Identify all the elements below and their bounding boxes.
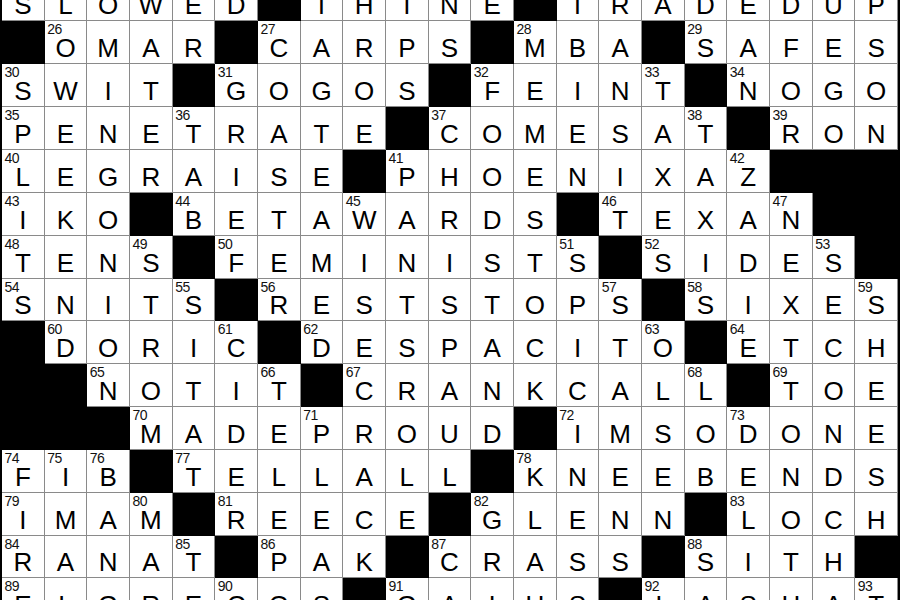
letter-cell[interactable]: X [770, 279, 813, 322]
letter-cell[interactable]: 58S [685, 279, 728, 322]
letter-cell[interactable]: T [130, 64, 173, 107]
letter-cell[interactable]: 60D [45, 321, 88, 364]
letter-cell[interactable]: E [557, 107, 600, 150]
letter-cell[interactable]: O [770, 493, 813, 536]
letter-cell[interactable]: I [343, 236, 386, 279]
letter-cell[interactable]: 79I [2, 493, 45, 536]
letter-cell[interactable]: 64E [727, 321, 770, 364]
cell-letter: E [727, 464, 769, 490]
letter-cell[interactable]: 92L [642, 578, 685, 600]
letter-cell[interactable]: R [130, 150, 173, 193]
cell-letter: I [173, 335, 215, 361]
letter-cell[interactable]: A [301, 536, 344, 579]
letter-cell[interactable]: A [343, 450, 386, 493]
letter-cell[interactable]: C [813, 321, 856, 364]
letter-cell[interactable]: E [813, 279, 856, 322]
cell-letter: I [87, 78, 129, 104]
cell-letter: T [642, 78, 684, 104]
letter-cell[interactable]: A [685, 578, 728, 600]
letter-cell[interactable]: E [45, 236, 88, 279]
letter-cell[interactable]: E [557, 493, 600, 536]
letter-cell[interactable]: A [87, 493, 130, 536]
letter-cell[interactable]: D [215, 0, 258, 21]
letter-cell[interactable]: A [727, 193, 770, 236]
letter-cell[interactable]: 76B [87, 450, 130, 493]
letter-cell[interactable]: T [557, 0, 600, 21]
cell-letter: N [770, 207, 812, 233]
letter-cell[interactable]: E [173, 0, 216, 21]
cell-letter: D [471, 421, 513, 447]
letter-cell[interactable]: I [215, 150, 258, 193]
letter-cell[interactable]: 67C [343, 364, 386, 407]
letter-cell[interactable]: S [599, 107, 642, 150]
letter-cell[interactable]: T [471, 279, 514, 322]
letter-cell[interactable]: R [173, 21, 216, 64]
letter-cell[interactable]: 36T [173, 107, 216, 150]
letter-cell[interactable]: 38T [685, 107, 728, 150]
letter-cell[interactable]: E [343, 321, 386, 364]
letter-cell[interactable]: 68L [685, 364, 728, 407]
letter-cell[interactable]: T [386, 279, 429, 322]
letter-cell[interactable]: A [173, 407, 216, 450]
letter-cell[interactable]: 82G [471, 493, 514, 536]
letter-cell[interactable]: S [343, 279, 386, 322]
letter-cell[interactable]: 89E [2, 578, 45, 600]
letter-cell[interactable]: U [429, 407, 472, 450]
letter-cell[interactable]: N [471, 364, 514, 407]
letter-cell[interactable]: 90C [215, 578, 258, 600]
letter-cell[interactable]: E [514, 150, 557, 193]
letter-cell[interactable]: E [258, 407, 301, 450]
letter-cell[interactable]: E [770, 236, 813, 279]
letter-cell[interactable]: N [557, 450, 600, 493]
letter-cell[interactable]: 31G [215, 64, 258, 107]
letter-cell[interactable]: D [727, 236, 770, 279]
letter-cell[interactable]: E [215, 193, 258, 236]
letter-cell[interactable]: O [770, 64, 813, 107]
letter-cell[interactable]: B [685, 450, 728, 493]
letter-cell[interactable]: A [599, 21, 642, 64]
letter-cell[interactable]: 70M [130, 407, 173, 450]
letter-cell[interactable]: 81R [215, 493, 258, 536]
letter-cell[interactable]: I [685, 236, 728, 279]
letter-cell[interactable]: S [727, 578, 770, 600]
letter-cell[interactable]: T [770, 536, 813, 579]
letter-cell[interactable]: E [642, 193, 685, 236]
letter-cell[interactable]: E [471, 0, 514, 21]
letter-cell[interactable]: S [642, 407, 685, 450]
letter-cell[interactable]: S [557, 536, 600, 579]
letter-cell[interactable]: R [215, 107, 258, 150]
letter-cell[interactable]: 51S [557, 236, 600, 279]
letter-cell[interactable]: I [557, 321, 600, 364]
letter-cell[interactable]: R [471, 536, 514, 579]
letter-cell[interactable]: N [386, 236, 429, 279]
letter-cell[interactable]: A [642, 0, 685, 21]
letter-cell[interactable]: N [87, 236, 130, 279]
letter-cell[interactable]: A [45, 536, 88, 579]
letter-cell[interactable]: L [258, 450, 301, 493]
cell-letter: A [685, 592, 727, 600]
letter-cell[interactable]: N [429, 0, 472, 21]
letter-cell[interactable]: 49S [130, 236, 173, 279]
letter-cell[interactable]: E [855, 364, 898, 407]
letter-cell[interactable]: 42Z [727, 150, 770, 193]
cell-letter: E [173, 592, 215, 600]
letter-cell[interactable]: H [429, 150, 472, 193]
letter-cell[interactable]: 84R [2, 536, 45, 579]
letter-cell[interactable]: N [87, 107, 130, 150]
letter-cell[interactable]: A [642, 107, 685, 150]
block-cell [215, 536, 258, 579]
cell-letter: R [130, 335, 172, 361]
letter-cell[interactable]: L [45, 578, 88, 600]
letter-cell[interactable]: H [343, 0, 386, 21]
letter-cell[interactable]: N [45, 279, 88, 322]
letter-cell[interactable]: U [813, 0, 856, 21]
letter-cell[interactable]: 29S [685, 21, 728, 64]
letter-cell[interactable]: 56R [258, 279, 301, 322]
letter-cell[interactable]: 52S [642, 236, 685, 279]
cell-letter: L [45, 592, 87, 600]
letter-cell[interactable]: A [685, 150, 728, 193]
letter-cell[interactable]: S [386, 321, 429, 364]
cell-letter: E [258, 250, 300, 276]
letter-cell[interactable]: 44B [173, 193, 216, 236]
letter-cell[interactable]: 88S [685, 536, 728, 579]
letter-cell[interactable]: E [173, 578, 216, 600]
letter-cell[interactable]: 35P [2, 107, 45, 150]
letter-cell[interactable]: A [386, 193, 429, 236]
letter-cell[interactable]: T [770, 321, 813, 364]
letter-cell[interactable]: 50F [215, 236, 258, 279]
letter-cell[interactable]: A [301, 21, 344, 64]
letter-cell[interactable]: A [429, 364, 472, 407]
letter-cell[interactable]: 33T [642, 64, 685, 107]
letter-cell[interactable]: E [258, 493, 301, 536]
letter-cell[interactable]: 85T [173, 536, 216, 579]
letter-cell[interactable]: 65N [87, 364, 130, 407]
letter-cell[interactable]: T [301, 0, 344, 21]
letter-cell[interactable]: P [429, 321, 472, 364]
letter-cell[interactable]: 55S [173, 279, 216, 322]
letter-cell[interactable]: E [727, 450, 770, 493]
letter-cell[interactable]: 32F [471, 64, 514, 107]
letter-cell[interactable]: 62D [301, 321, 344, 364]
letter-cell[interactable]: 40L [2, 150, 45, 193]
letter-cell[interactable]: 43I [2, 193, 45, 236]
letter-cell[interactable]: N [599, 493, 642, 536]
letter-cell[interactable]: E [343, 107, 386, 150]
letter-cell[interactable]: C [557, 364, 600, 407]
letter-cell[interactable]: C [514, 321, 557, 364]
letter-cell[interactable]: 47N [770, 193, 813, 236]
letter-cell[interactable]: 63O [642, 321, 685, 364]
letter-cell[interactable]: R [429, 193, 472, 236]
letter-cell[interactable]: A [429, 578, 472, 600]
letter-cell[interactable]: P [557, 279, 600, 322]
letter-cell[interactable]: I [215, 364, 258, 407]
letter-cell[interactable]: H [770, 578, 813, 600]
letter-cell[interactable]: I [87, 64, 130, 107]
letter-cell[interactable]: E [130, 107, 173, 150]
letter-cell[interactable]: P [855, 0, 898, 21]
letter-cell[interactable]: D [685, 0, 728, 21]
letter-cell[interactable]: D [813, 450, 856, 493]
letter-cell[interactable]: O [258, 64, 301, 107]
letter-cell[interactable]: I [727, 536, 770, 579]
letter-cell[interactable]: U [514, 578, 557, 600]
letter-cell[interactable]: N [813, 407, 856, 450]
letter-cell[interactable]: R [386, 364, 429, 407]
letter-cell[interactable]: H [813, 536, 856, 579]
letter-cell[interactable]: S [557, 578, 600, 600]
letter-cell[interactable]: 57S [599, 279, 642, 322]
letter-cell[interactable]: 86P [258, 536, 301, 579]
letter-cell[interactable]: K [343, 536, 386, 579]
letter-cell[interactable]: 73D [727, 407, 770, 450]
letter-cell[interactable]: E [301, 150, 344, 193]
letter-cell[interactable]: 91G [386, 578, 429, 600]
letter-cell[interactable]: O [685, 407, 728, 450]
letter-cell[interactable]: M [45, 493, 88, 536]
letter-cell[interactable]: I [87, 279, 130, 322]
letter-cell[interactable]: S [258, 150, 301, 193]
letter-cell[interactable]: S [855, 21, 898, 64]
letter-cell[interactable]: 83L [727, 493, 770, 536]
cell-letter: A [599, 378, 641, 404]
cell-letter: I [386, 0, 428, 18]
letter-cell[interactable]: 53S [813, 236, 856, 279]
letter-cell[interactable]: H [855, 321, 898, 364]
cell-letter: H [429, 164, 471, 190]
letter-cell[interactable]: O [343, 64, 386, 107]
letter-cell[interactable]: 77T [173, 450, 216, 493]
letter-cell[interactable]: O [471, 150, 514, 193]
letter-cell[interactable]: T [514, 236, 557, 279]
cell-letter: T [599, 207, 641, 233]
letter-cell[interactable]: K [45, 193, 88, 236]
letter-cell[interactable]: A [813, 578, 856, 600]
letter-cell[interactable]: I [386, 0, 429, 21]
letter-cell[interactable]: S [2, 0, 45, 21]
letter-cell[interactable]: S [429, 279, 472, 322]
letter-cell[interactable]: O [386, 407, 429, 450]
letter-cell[interactable]: W [130, 0, 173, 21]
letter-cell[interactable]: 34N [727, 64, 770, 107]
letter-cell[interactable]: G [301, 64, 344, 107]
letter-cell[interactable]: 71P [301, 407, 344, 450]
letter-cell[interactable]: R [130, 578, 173, 600]
letter-cell[interactable]: A [258, 107, 301, 150]
letter-cell[interactable]: A [727, 21, 770, 64]
letter-cell[interactable]: A [514, 536, 557, 579]
letter-cell[interactable]: S [386, 64, 429, 107]
letter-cell[interactable]: T [599, 321, 642, 364]
cell-letter: L [642, 378, 684, 404]
letter-cell[interactable]: 48T [2, 236, 45, 279]
letter-cell[interactable]: 78K [514, 450, 557, 493]
letter-cell[interactable]: 28M [514, 21, 557, 64]
letter-cell[interactable]: T [258, 193, 301, 236]
letter-cell[interactable]: R [599, 0, 642, 21]
cell-letter: N [45, 292, 87, 318]
letter-cell[interactable]: D [215, 407, 258, 450]
cell-letter: K [514, 378, 556, 404]
letter-cell[interactable]: E [258, 236, 301, 279]
letter-cell[interactable]: S [855, 450, 898, 493]
letter-cell[interactable]: O [813, 107, 856, 150]
letter-cell[interactable]: 37C [429, 107, 472, 150]
letter-cell[interactable]: D [770, 0, 813, 21]
letter-cell[interactable]: E [642, 450, 685, 493]
letter-cell[interactable]: A [599, 364, 642, 407]
cell-letter: O [87, 335, 129, 361]
cell-letter: S [429, 35, 471, 61]
letter-cell[interactable]: W [45, 64, 88, 107]
letter-cell[interactable]: E [599, 450, 642, 493]
letter-cell[interactable]: S [471, 236, 514, 279]
cell-letter: A [471, 335, 513, 361]
letter-cell[interactable]: G [87, 150, 130, 193]
cell-letter: Z [727, 164, 769, 190]
letter-cell[interactable]: M [87, 21, 130, 64]
cell-letter: M [301, 250, 343, 276]
letter-cell[interactable]: D [471, 407, 514, 450]
cell-letter: E [343, 121, 385, 147]
letter-cell[interactable]: 69T [770, 364, 813, 407]
letter-cell[interactable]: N [557, 150, 600, 193]
letter-cell[interactable]: A [130, 536, 173, 579]
letter-cell[interactable]: I [471, 578, 514, 600]
letter-cell[interactable]: 59S [855, 279, 898, 322]
letter-cell[interactable]: L [301, 450, 344, 493]
letter-cell[interactable]: L [429, 450, 472, 493]
letter-cell[interactable]: D [471, 193, 514, 236]
letter-cell[interactable]: E [301, 493, 344, 536]
cell-letter: I [2, 207, 44, 233]
letter-cell[interactable]: 45W [343, 193, 386, 236]
letter-cell[interactable]: O [770, 407, 813, 450]
letter-cell[interactable]: N [770, 450, 813, 493]
letter-cell[interactable]: N [599, 64, 642, 107]
letter-cell[interactable]: I [727, 279, 770, 322]
letter-cell[interactable]: S [599, 536, 642, 579]
letter-cell[interactable]: T [301, 107, 344, 150]
letter-cell[interactable]: C [343, 493, 386, 536]
letter-cell[interactable]: 41P [386, 150, 429, 193]
letter-cell[interactable]: S [301, 578, 344, 600]
letter-cell[interactable]: P [386, 21, 429, 64]
letter-cell[interactable]: O [855, 64, 898, 107]
letter-cell[interactable]: I [173, 321, 216, 364]
letter-cell[interactable]: I [599, 150, 642, 193]
letter-cell[interactable]: 72I [557, 407, 600, 450]
letter-cell[interactable]: 46T [599, 193, 642, 236]
letter-cell[interactable]: L [514, 493, 557, 536]
letter-cell[interactable]: A [130, 21, 173, 64]
letter-cell[interactable]: S [514, 193, 557, 236]
letter-cell[interactable]: E [215, 450, 258, 493]
block-cell [258, 321, 301, 364]
letter-cell[interactable]: 30S [2, 64, 45, 107]
letter-cell[interactable]: L [45, 0, 88, 21]
cell-letter: B [557, 35, 599, 61]
letter-cell[interactable]: 74F [2, 450, 45, 493]
letter-cell[interactable]: K [514, 364, 557, 407]
letter-cell[interactable]: 87C [429, 536, 472, 579]
letter-cell[interactable]: R [343, 21, 386, 64]
letter-cell[interactable]: N [642, 493, 685, 536]
letter-cell[interactable]: E [514, 64, 557, 107]
letter-cell[interactable]: T [173, 364, 216, 407]
cell-letter: A [514, 549, 556, 575]
letter-cell[interactable]: B [557, 21, 600, 64]
letter-cell[interactable]: I [557, 64, 600, 107]
letter-cell[interactable]: X [685, 193, 728, 236]
letter-cell[interactable]: 61C [215, 321, 258, 364]
letter-cell[interactable]: O [514, 279, 557, 322]
cell-letter: T [770, 549, 812, 575]
letter-cell[interactable]: 75I [45, 450, 88, 493]
letter-cell[interactable]: E [855, 407, 898, 450]
letter-cell[interactable]: 80M [130, 493, 173, 536]
letter-cell[interactable]: M [514, 107, 557, 150]
letter-cell[interactable]: E [813, 21, 856, 64]
letter-cell[interactable]: O [87, 0, 130, 21]
letter-cell[interactable]: R [343, 407, 386, 450]
letter-cell[interactable]: O [258, 578, 301, 600]
letter-cell[interactable]: 27C [258, 21, 301, 64]
letter-cell[interactable]: T [130, 279, 173, 322]
letter-cell[interactable]: I [429, 236, 472, 279]
letter-cell[interactable]: E [727, 0, 770, 21]
letter-cell[interactable]: A [471, 321, 514, 364]
letter-cell[interactable]: R [130, 321, 173, 364]
letter-cell[interactable]: 54S [2, 279, 45, 322]
letter-cell[interactable]: O [130, 364, 173, 407]
letter-cell[interactable]: O [87, 193, 130, 236]
letter-cell[interactable]: 39R [770, 107, 813, 150]
letter-cell[interactable]: F [770, 21, 813, 64]
letter-cell[interactable]: M [301, 236, 344, 279]
letter-cell[interactable]: E [45, 107, 88, 150]
letter-cell[interactable]: N [855, 107, 898, 150]
letter-cell[interactable]: G [87, 578, 130, 600]
letter-cell[interactable]: E [386, 493, 429, 536]
letter-cell[interactable]: L [386, 450, 429, 493]
letter-cell[interactable]: S [429, 21, 472, 64]
letter-cell[interactable]: 26O [45, 21, 88, 64]
letter-cell[interactable]: N [87, 536, 130, 579]
letter-cell[interactable]: H [855, 493, 898, 536]
letter-cell[interactable]: O [471, 107, 514, 150]
letter-cell[interactable]: A [301, 193, 344, 236]
letter-cell[interactable]: C [813, 493, 856, 536]
letter-cell[interactable]: M [599, 407, 642, 450]
letter-cell[interactable]: G [813, 64, 856, 107]
letter-cell[interactable]: O [87, 321, 130, 364]
letter-cell[interactable]: A [173, 150, 216, 193]
letter-cell[interactable]: E [45, 150, 88, 193]
cell-letter: O [87, 0, 129, 18]
letter-cell[interactable]: 66T [258, 364, 301, 407]
letter-cell[interactable]: E [301, 279, 344, 322]
letter-cell[interactable]: O [813, 364, 856, 407]
letter-cell[interactable]: X [642, 150, 685, 193]
letter-cell[interactable]: L [642, 364, 685, 407]
letter-cell[interactable]: 93T [855, 578, 898, 600]
